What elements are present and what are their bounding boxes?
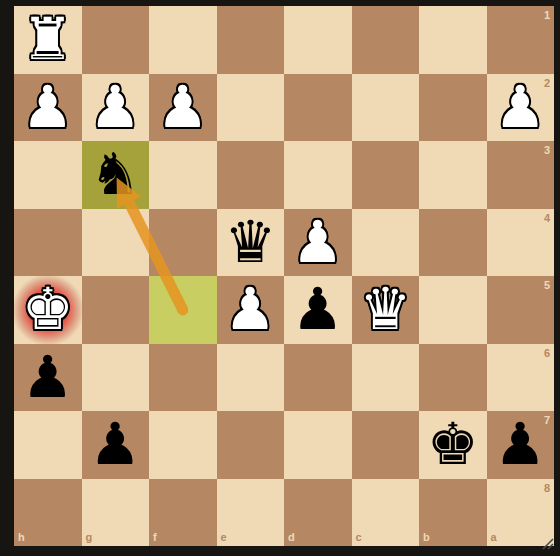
square-b5[interactable] <box>419 276 487 344</box>
square-b8[interactable]: b <box>419 479 487 547</box>
square-h6[interactable]: ♟ <box>14 344 82 412</box>
rank-label-5: 5 <box>544 280 550 291</box>
square-h7[interactable] <box>14 411 82 479</box>
rank-label-6: 6 <box>544 348 550 359</box>
square-c6[interactable] <box>352 344 420 412</box>
square-b2[interactable] <box>419 74 487 142</box>
square-e8[interactable]: e <box>217 479 285 547</box>
black-king[interactable]: ♚ <box>427 411 479 478</box>
square-b3[interactable] <box>419 141 487 209</box>
white-pawn[interactable]: ♟ <box>89 74 141 141</box>
square-d5[interactable]: ♟ <box>284 276 352 344</box>
white-pawn[interactable]: ♟ <box>157 74 209 141</box>
square-h4[interactable] <box>14 209 82 277</box>
square-f6[interactable] <box>149 344 217 412</box>
square-d3[interactable] <box>284 141 352 209</box>
square-c3[interactable] <box>352 141 420 209</box>
rank-label-3: 3 <box>544 145 550 156</box>
square-e4[interactable]: ♛ <box>217 209 285 277</box>
black-pawn[interactable]: ♟ <box>22 344 74 411</box>
square-a2[interactable]: ♟2 <box>487 74 555 142</box>
black-queen[interactable]: ♛ <box>224 209 276 276</box>
rank-label-4: 4 <box>544 213 550 224</box>
square-d1[interactable] <box>284 6 352 74</box>
square-g8[interactable]: g <box>82 479 150 547</box>
rank-label-7: 7 <box>544 415 550 426</box>
file-label-a: a <box>491 532 497 543</box>
square-c4[interactable] <box>352 209 420 277</box>
black-pawn[interactable]: ♟ <box>292 276 344 343</box>
square-a4[interactable]: 4 <box>487 209 555 277</box>
square-c5[interactable]: ♛ <box>352 276 420 344</box>
square-g7[interactable]: ♟ <box>82 411 150 479</box>
white-pawn[interactable]: ♟ <box>22 74 74 141</box>
file-label-d: d <box>288 532 295 543</box>
square-e5[interactable]: ♟ <box>217 276 285 344</box>
white-king[interactable]: ♚ <box>22 276 74 343</box>
square-h5[interactable]: ♚ <box>14 276 82 344</box>
square-h8[interactable]: h <box>14 479 82 547</box>
square-h1[interactable]: ♜ <box>14 6 82 74</box>
square-h2[interactable]: ♟ <box>14 74 82 142</box>
square-e1[interactable] <box>217 6 285 74</box>
board-resize-handle[interactable] <box>540 536 556 552</box>
square-c2[interactable] <box>352 74 420 142</box>
black-pawn[interactable]: ♟ <box>494 411 546 478</box>
square-g2[interactable]: ♟ <box>82 74 150 142</box>
square-g1[interactable] <box>82 6 150 74</box>
file-label-b: b <box>423 532 430 543</box>
square-f7[interactable] <box>149 411 217 479</box>
white-pawn[interactable]: ♟ <box>494 74 546 141</box>
square-g6[interactable] <box>82 344 150 412</box>
chess-board: ♜1♟♟♟♟2♞3♛♟4♚♟♟♛5♟6♟♚♟7hgfedcba8 <box>14 6 554 546</box>
square-a3[interactable]: 3 <box>487 141 555 209</box>
white-rook[interactable]: ♜ <box>22 6 74 73</box>
square-d2[interactable] <box>284 74 352 142</box>
square-h3[interactable] <box>14 141 82 209</box>
rank-label-2: 2 <box>544 78 550 89</box>
square-a5[interactable]: 5 <box>487 276 555 344</box>
square-d7[interactable] <box>284 411 352 479</box>
white-queen[interactable]: ♛ <box>359 276 411 343</box>
white-pawn[interactable]: ♟ <box>292 209 344 276</box>
square-b4[interactable] <box>419 209 487 277</box>
square-f1[interactable] <box>149 6 217 74</box>
square-c8[interactable]: c <box>352 479 420 547</box>
board-frame: ♜1♟♟♟♟2♞3♛♟4♚♟♟♛5♟6♟♚♟7hgfedcba8 <box>0 0 560 556</box>
square-b7[interactable]: ♚ <box>419 411 487 479</box>
square-f4[interactable] <box>149 209 217 277</box>
square-b6[interactable] <box>419 344 487 412</box>
square-f5[interactable] <box>149 276 217 344</box>
square-f8[interactable]: f <box>149 479 217 547</box>
square-e7[interactable] <box>217 411 285 479</box>
square-a7[interactable]: ♟7 <box>487 411 555 479</box>
rank-label-8: 8 <box>544 483 550 494</box>
file-label-h: h <box>18 532 25 543</box>
square-g3[interactable]: ♞ <box>82 141 150 209</box>
file-label-g: g <box>86 532 93 543</box>
square-d6[interactable] <box>284 344 352 412</box>
square-b1[interactable] <box>419 6 487 74</box>
black-pawn[interactable]: ♟ <box>89 411 141 478</box>
square-e2[interactable] <box>217 74 285 142</box>
square-c7[interactable] <box>352 411 420 479</box>
square-g4[interactable] <box>82 209 150 277</box>
file-label-c: c <box>356 532 362 543</box>
rank-label-1: 1 <box>544 10 550 21</box>
square-g5[interactable] <box>82 276 150 344</box>
square-e3[interactable] <box>217 141 285 209</box>
square-a6[interactable]: 6 <box>487 344 555 412</box>
square-a1[interactable]: 1 <box>487 6 555 74</box>
black-knight[interactable]: ♞ <box>89 141 141 208</box>
file-label-f: f <box>153 532 157 543</box>
square-f3[interactable] <box>149 141 217 209</box>
square-c1[interactable] <box>352 6 420 74</box>
square-d8[interactable]: d <box>284 479 352 547</box>
square-d4[interactable]: ♟ <box>284 209 352 277</box>
square-f2[interactable]: ♟ <box>149 74 217 142</box>
square-e6[interactable] <box>217 344 285 412</box>
file-label-e: e <box>221 532 227 543</box>
white-pawn[interactable]: ♟ <box>224 276 276 343</box>
